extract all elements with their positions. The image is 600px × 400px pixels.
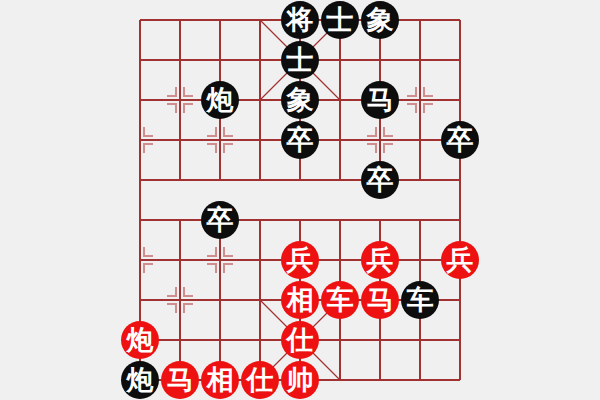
piece-black-卒[interactable]: 卒 [441,121,479,159]
piece-red-仕[interactable]: 仕 [281,321,319,359]
piece-red-车[interactable]: 车 [321,281,359,319]
piece-red-兵[interactable]: 兵 [441,241,479,279]
piece-black-士[interactable]: 士 [321,1,359,39]
piece-red-马[interactable]: 马 [161,361,199,399]
piece-red-兵[interactable]: 兵 [361,241,399,279]
piece-black-卒[interactable]: 卒 [281,121,319,159]
piece-black-士[interactable]: 士 [281,41,319,79]
piece-red-相[interactable]: 相 [201,361,239,399]
piece-red-马[interactable]: 马 [361,281,399,319]
piece-red-相[interactable]: 相 [281,281,319,319]
piece-black-车[interactable]: 车 [401,281,439,319]
piece-black-象[interactable]: 象 [281,81,319,119]
piece-red-帅[interactable]: 帅 [281,361,319,399]
xiangqi-board: 将士象士炮象马卒卒卒卒兵兵兵相车马车炮仕炮马相仕帅 [0,0,600,400]
piece-red-兵[interactable]: 兵 [281,241,319,279]
piece-black-卒[interactable]: 卒 [361,161,399,199]
piece-black-卒[interactable]: 卒 [201,201,239,239]
piece-red-炮[interactable]: 炮 [121,321,159,359]
piece-black-象[interactable]: 象 [361,1,399,39]
piece-red-仕[interactable]: 仕 [241,361,279,399]
piece-black-马[interactable]: 马 [361,81,399,119]
piece-black-将[interactable]: 将 [281,1,319,39]
piece-black-炮[interactable]: 炮 [201,81,239,119]
piece-black-炮[interactable]: 炮 [121,361,159,399]
